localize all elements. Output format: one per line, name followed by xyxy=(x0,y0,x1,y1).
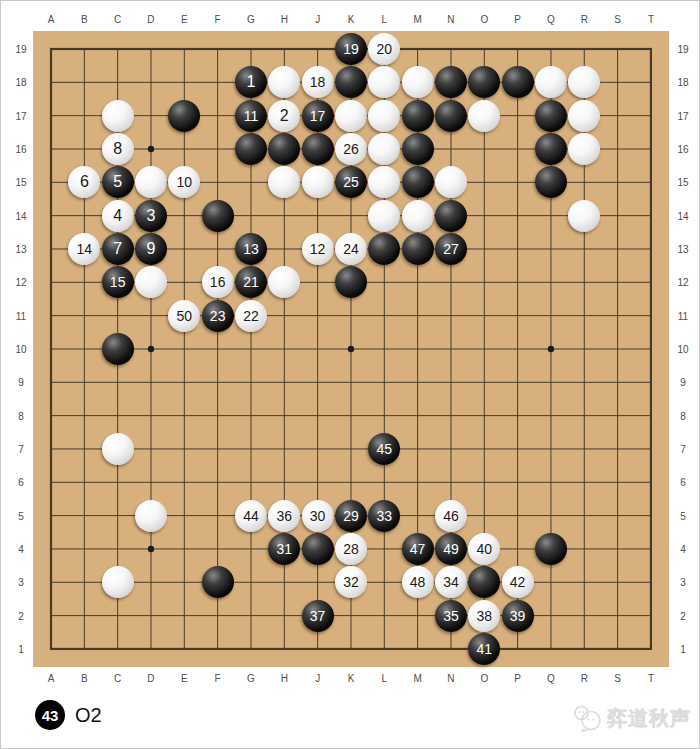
stone-M16-black xyxy=(402,133,434,165)
stone-H4-black-move-31: 31 xyxy=(268,533,300,565)
coord-label-top-K: K xyxy=(348,14,355,25)
stone-N17-black xyxy=(435,100,467,132)
coord-label-right-2: 2 xyxy=(680,610,686,621)
stone-J2-black-move-37: 37 xyxy=(302,600,334,632)
move-number: 25 xyxy=(343,175,359,189)
stone-E17-black xyxy=(168,100,200,132)
stone-C12-black-move-15: 15 xyxy=(102,266,134,298)
stone-N13-black-move-27: 27 xyxy=(435,233,467,265)
coord-label-left-5: 5 xyxy=(18,510,24,521)
move-number: 33 xyxy=(377,509,393,523)
star-point-D4 xyxy=(148,546,154,552)
stone-J5-white-move-30: 30 xyxy=(302,500,334,532)
coord-label-top-A: A xyxy=(48,14,55,25)
move-number: 44 xyxy=(243,509,259,523)
move-number: 42 xyxy=(510,575,526,589)
stone-M15-black xyxy=(402,166,434,198)
stone-M18-white xyxy=(402,66,434,98)
go-diagram-root: 1920118112178266510254314791312242715162… xyxy=(0,0,700,749)
move-number: 18 xyxy=(310,75,326,89)
stone-L5-black-move-33: 33 xyxy=(368,500,400,532)
move-number: 10 xyxy=(177,175,193,189)
stone-D14-black-move-3: 3 xyxy=(135,200,167,232)
move-number: 31 xyxy=(277,542,293,556)
coord-label-right-15: 15 xyxy=(677,177,688,188)
coord-label-top-O: O xyxy=(480,14,488,25)
coord-label-top-L: L xyxy=(382,14,388,25)
move-number: 21 xyxy=(243,275,259,289)
coord-label-left-1: 1 xyxy=(18,643,24,654)
coord-label-right-10: 10 xyxy=(677,343,688,354)
coord-label-bottom-D: D xyxy=(147,673,154,684)
coord-label-top-Q: Q xyxy=(547,14,555,25)
coord-label-left-19: 19 xyxy=(15,44,26,55)
stone-C14-white-move-4: 4 xyxy=(102,200,134,232)
caption-move-number: 43 xyxy=(42,707,59,724)
stone-D13-black-move-9: 9 xyxy=(135,233,167,265)
coord-label-left-3: 3 xyxy=(18,577,24,588)
move-number: 5 xyxy=(113,174,122,190)
stone-K13-white-move-24: 24 xyxy=(335,233,367,265)
coord-label-top-T: T xyxy=(648,14,654,25)
move-number: 2 xyxy=(280,108,289,124)
stone-N3-white-move-34: 34 xyxy=(435,566,467,598)
stone-K17-white xyxy=(335,100,367,132)
coord-label-left-7: 7 xyxy=(18,443,24,454)
coord-label-left-12: 12 xyxy=(15,277,26,288)
stone-J16-black xyxy=(302,133,334,165)
star-point-D16 xyxy=(148,146,154,152)
move-number: 4 xyxy=(113,208,122,224)
stone-G5-white-move-44: 44 xyxy=(235,500,267,532)
coord-label-bottom-M: M xyxy=(413,673,421,684)
stone-N2-black-move-35: 35 xyxy=(435,600,467,632)
move-number: 40 xyxy=(476,542,492,556)
move-number: 48 xyxy=(410,575,426,589)
move-number: 9 xyxy=(147,241,156,257)
coord-label-left-17: 17 xyxy=(15,110,26,121)
stone-K4-white-move-28: 28 xyxy=(335,533,367,565)
move-number: 13 xyxy=(243,242,259,256)
stone-Q4-black xyxy=(535,533,567,565)
stone-O1-black-move-41: 41 xyxy=(468,633,500,665)
move-number: 29 xyxy=(343,509,359,523)
stone-R17-white xyxy=(568,100,600,132)
coord-label-top-B: B xyxy=(81,14,88,25)
stone-C17-white xyxy=(102,100,134,132)
caption-black-stone: 43 xyxy=(35,700,65,730)
move-number: 28 xyxy=(343,542,359,556)
coord-label-right-7: 7 xyxy=(680,443,686,454)
move-number: 17 xyxy=(310,109,326,123)
stone-J4-black xyxy=(302,533,334,565)
move-number: 32 xyxy=(343,575,359,589)
coord-label-bottom-S: S xyxy=(614,673,621,684)
stone-M4-black-move-47: 47 xyxy=(402,533,434,565)
stone-N14-black xyxy=(435,200,467,232)
coord-label-right-12: 12 xyxy=(677,277,688,288)
stone-F14-black xyxy=(202,200,234,232)
move-number: 49 xyxy=(443,542,459,556)
move-number: 26 xyxy=(343,142,359,156)
move-number: 11 xyxy=(244,109,259,123)
coord-label-bottom-C: C xyxy=(114,673,121,684)
coord-label-top-J: J xyxy=(315,14,320,25)
stone-M13-black xyxy=(402,233,434,265)
stone-C13-black-move-7: 7 xyxy=(102,233,134,265)
coord-label-right-3: 3 xyxy=(680,577,686,588)
coord-label-left-8: 8 xyxy=(18,410,24,421)
coord-label-right-1: 1 xyxy=(680,643,686,654)
move-number: 45 xyxy=(377,442,393,456)
stone-J18-white-move-18: 18 xyxy=(302,66,334,98)
star-point-Q10 xyxy=(548,346,554,352)
stone-L17-white xyxy=(368,100,400,132)
stone-J15-white xyxy=(302,166,334,198)
stone-F12-white-move-16: 16 xyxy=(202,266,234,298)
move-number: 35 xyxy=(443,609,459,623)
coord-label-left-15: 15 xyxy=(15,177,26,188)
watermark-logo-icon xyxy=(572,704,602,732)
coord-label-left-9: 9 xyxy=(18,377,24,388)
stone-H17-white-move-2: 2 xyxy=(268,100,300,132)
coord-label-left-4: 4 xyxy=(18,543,24,554)
stone-F11-black-move-23: 23 xyxy=(202,300,234,332)
stone-Q17-black xyxy=(535,100,567,132)
move-number: 1 xyxy=(247,74,256,90)
move-number: 23 xyxy=(210,309,226,323)
watermark-text: 弈道秋声 xyxy=(607,705,691,732)
stone-O2-white-move-38: 38 xyxy=(468,600,500,632)
stone-L14-white xyxy=(368,200,400,232)
coord-label-right-16: 16 xyxy=(677,143,688,154)
coord-label-top-H: H xyxy=(281,14,288,25)
move-number: 36 xyxy=(277,509,293,523)
stone-N5-white-move-46: 46 xyxy=(435,500,467,532)
move-number: 15 xyxy=(110,275,126,289)
stone-K3-white-move-32: 32 xyxy=(335,566,367,598)
coord-label-bottom-P: P xyxy=(514,673,521,684)
move-number: 22 xyxy=(243,309,259,323)
move-number: 41 xyxy=(476,642,492,656)
move-number: 27 xyxy=(443,242,459,256)
coord-label-bottom-F: F xyxy=(215,673,221,684)
move-number: 12 xyxy=(310,242,326,256)
coord-label-top-G: G xyxy=(247,14,255,25)
stone-Q16-black xyxy=(535,133,567,165)
coord-label-bottom-K: K xyxy=(348,673,355,684)
coord-label-top-D: D xyxy=(147,14,154,25)
coord-label-bottom-B: B xyxy=(81,673,88,684)
stone-K16-white-move-26: 26 xyxy=(335,133,367,165)
stone-F3-black xyxy=(202,566,234,598)
coord-label-bottom-T: T xyxy=(648,673,654,684)
coord-label-bottom-J: J xyxy=(315,673,320,684)
stone-O4-white-move-40: 40 xyxy=(468,533,500,565)
move-number: 30 xyxy=(310,509,326,523)
stone-D5-white xyxy=(135,500,167,532)
stone-K5-black-move-29: 29 xyxy=(335,500,367,532)
star-point-D10 xyxy=(148,346,154,352)
coord-label-bottom-O: O xyxy=(480,673,488,684)
stone-O17-white xyxy=(468,100,500,132)
stone-P18-black xyxy=(502,66,534,98)
coord-label-left-16: 16 xyxy=(15,143,26,154)
coord-label-bottom-R: R xyxy=(581,673,588,684)
move-number: 8 xyxy=(113,141,122,157)
stone-C7-white xyxy=(102,433,134,465)
coord-label-bottom-A: A xyxy=(48,673,55,684)
stone-H5-white-move-36: 36 xyxy=(268,500,300,532)
coord-label-left-2: 2 xyxy=(18,610,24,621)
coord-label-right-8: 8 xyxy=(680,410,686,421)
coord-label-left-13: 13 xyxy=(15,243,26,254)
stone-M3-white-move-48: 48 xyxy=(402,566,434,598)
stone-E11-white-move-50: 50 xyxy=(168,300,200,332)
move-number: 20 xyxy=(377,42,393,56)
move-number: 19 xyxy=(343,42,359,56)
stone-C3-white xyxy=(102,566,134,598)
coord-label-right-13: 13 xyxy=(677,243,688,254)
stone-C10-black xyxy=(102,333,134,365)
stone-R14-white xyxy=(568,200,600,232)
move-number: 39 xyxy=(510,609,526,623)
move-number: 6 xyxy=(80,174,89,190)
coord-label-right-17: 17 xyxy=(677,110,688,121)
stone-P3-white-move-42: 42 xyxy=(502,566,534,598)
coord-label-top-S: S xyxy=(614,14,621,25)
coord-label-top-C: C xyxy=(114,14,121,25)
coord-label-left-18: 18 xyxy=(15,77,26,88)
stone-C15-black-move-5: 5 xyxy=(102,166,134,198)
stone-M17-black xyxy=(402,100,434,132)
coord-label-bottom-E: E xyxy=(181,673,188,684)
coord-label-top-F: F xyxy=(215,14,221,25)
coord-label-bottom-G: G xyxy=(247,673,255,684)
move-number: 3 xyxy=(147,208,156,224)
coord-label-top-P: P xyxy=(514,14,521,25)
stone-N4-black-move-49: 49 xyxy=(435,533,467,565)
coord-label-top-M: M xyxy=(413,14,421,25)
stone-J17-black-move-17: 17 xyxy=(302,100,334,132)
move-number: 37 xyxy=(310,609,326,623)
coord-label-left-6: 6 xyxy=(18,477,24,488)
move-number: 24 xyxy=(343,242,359,256)
coord-label-right-5: 5 xyxy=(680,510,686,521)
coord-label-left-14: 14 xyxy=(15,210,26,221)
move-number: 47 xyxy=(410,542,426,556)
coord-label-bottom-H: H xyxy=(281,673,288,684)
stone-G13-black-move-13: 13 xyxy=(235,233,267,265)
coord-label-top-E: E xyxy=(181,14,188,25)
coord-label-right-11: 11 xyxy=(678,310,688,321)
star-point-K10 xyxy=(348,346,354,352)
go-board: 1920118112178266510254314791312242715162… xyxy=(33,31,669,667)
caption-location: O2 xyxy=(75,704,102,727)
move-number: 34 xyxy=(443,575,459,589)
stone-R16-white xyxy=(568,133,600,165)
coord-label-bottom-Q: Q xyxy=(547,673,555,684)
stone-G16-black xyxy=(235,133,267,165)
coord-label-right-6: 6 xyxy=(680,477,686,488)
coord-label-bottom-L: L xyxy=(382,673,388,684)
stone-M14-white xyxy=(402,200,434,232)
move-caption: 43 O2 xyxy=(35,699,102,731)
coord-label-top-N: N xyxy=(447,14,454,25)
stone-P2-black-move-39: 39 xyxy=(502,600,534,632)
coord-label-left-11: 11 xyxy=(16,310,26,321)
coord-label-right-4: 4 xyxy=(680,543,686,554)
coord-label-right-18: 18 xyxy=(677,77,688,88)
coord-label-right-19: 19 xyxy=(677,44,688,55)
coord-label-bottom-N: N xyxy=(447,673,454,684)
coord-label-right-9: 9 xyxy=(680,377,686,388)
move-number: 38 xyxy=(476,609,492,623)
coord-label-right-14: 14 xyxy=(677,210,688,221)
watermark: 弈道秋声 xyxy=(572,703,691,733)
stone-C16-white-move-8: 8 xyxy=(102,133,134,165)
stone-K19-black-move-19: 19 xyxy=(335,33,367,65)
move-number: 50 xyxy=(177,309,193,323)
coord-label-left-10: 10 xyxy=(15,343,26,354)
stone-G11-white-move-22: 22 xyxy=(235,300,267,332)
stone-J13-white-move-12: 12 xyxy=(302,233,334,265)
move-number: 14 xyxy=(77,242,93,256)
move-number: 16 xyxy=(210,275,226,289)
move-number: 46 xyxy=(443,509,459,523)
stone-G17-black-move-11: 11 xyxy=(235,100,267,132)
coord-label-top-R: R xyxy=(581,14,588,25)
move-number: 7 xyxy=(113,241,122,257)
